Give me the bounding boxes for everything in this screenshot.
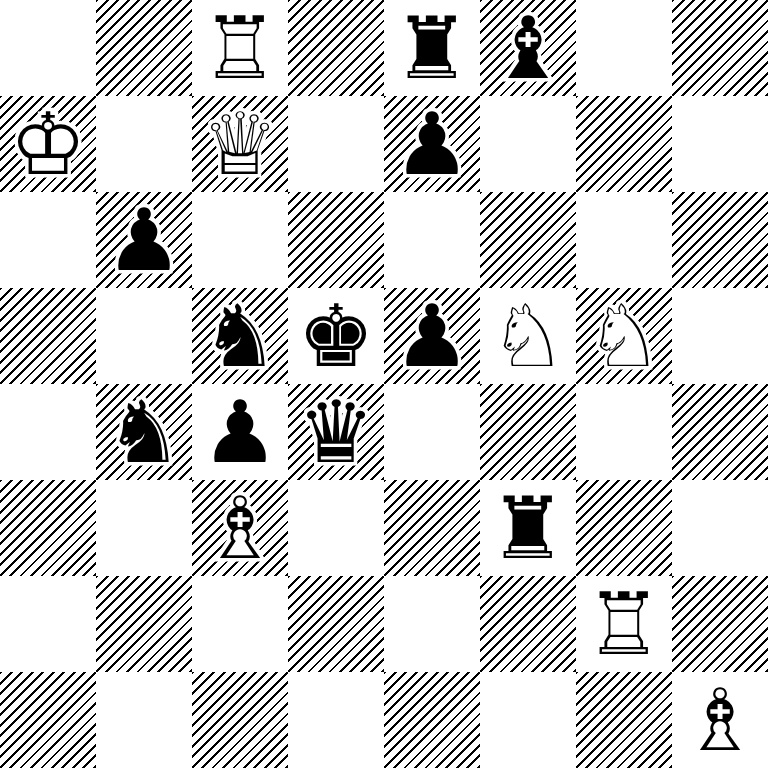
square-e7[interactable]: ♟♟ [384,96,480,192]
white-bishop-piece: ♝♝♗ [672,672,768,768]
square-d7[interactable] [288,96,384,192]
square-e3[interactable] [384,480,480,576]
square-f6[interactable] [480,192,576,288]
white-rook-piece: ♜♜♖ [576,576,672,672]
piece-glyph: ♕ [192,96,288,192]
square-a8[interactable] [0,0,96,96]
piece-glyph: ♖ [192,0,288,96]
square-d2[interactable] [288,576,384,672]
square-b3[interactable] [96,480,192,576]
square-g5[interactable]: ♞♞♘ [576,288,672,384]
square-h4[interactable] [672,384,768,480]
piece-glyph: ♔ [0,96,96,192]
square-c5[interactable]: ♞♞ [192,288,288,384]
piece-glyph: ♘ [480,288,576,384]
square-e2[interactable] [384,576,480,672]
square-c3[interactable]: ♝♝♗ [192,480,288,576]
piece-glyph: ♛ [288,384,384,480]
square-f3[interactable]: ♜♜ [480,480,576,576]
square-a4[interactable] [0,384,96,480]
square-a7[interactable]: ♚♚♔ [0,96,96,192]
square-f5[interactable]: ♞♞♘ [480,288,576,384]
piece-glyph: ♟ [192,384,288,480]
piece-glyph: ♞ [192,288,288,384]
square-a5[interactable] [0,288,96,384]
square-g2[interactable]: ♜♜♖ [576,576,672,672]
piece-glyph: ♘ [576,288,672,384]
square-e8[interactable]: ♜♜ [384,0,480,96]
square-h7[interactable] [672,96,768,192]
square-f7[interactable] [480,96,576,192]
white-knight-piece: ♞♞♘ [576,288,672,384]
black-rook-piece: ♜♜ [384,0,480,96]
square-g6[interactable] [576,192,672,288]
white-knight-piece: ♞♞♘ [480,288,576,384]
black-pawn-piece: ♟♟ [192,384,288,480]
square-h1[interactable]: ♝♝♗ [672,672,768,768]
piece-glyph: ♚ [288,288,384,384]
square-d6[interactable] [288,192,384,288]
chess-board: ♜♜♖♜♜♝♝♚♚♔♛♛♕♟♟♟♟♞♞♚♚♟♟♞♞♘♞♞♘♞♞♟♟♛♛♝♝♗♜♜… [0,0,768,768]
square-b2[interactable] [96,576,192,672]
piece-glyph: ♟ [384,288,480,384]
square-b1[interactable] [96,672,192,768]
square-h3[interactable] [672,480,768,576]
white-queen-piece: ♛♛♕ [192,96,288,192]
square-b7[interactable] [96,96,192,192]
square-e1[interactable] [384,672,480,768]
square-d1[interactable] [288,672,384,768]
square-e5[interactable]: ♟♟ [384,288,480,384]
square-f2[interactable] [480,576,576,672]
square-e4[interactable] [384,384,480,480]
square-h5[interactable] [672,288,768,384]
square-g3[interactable] [576,480,672,576]
square-f1[interactable] [480,672,576,768]
square-c4[interactable]: ♟♟ [192,384,288,480]
square-c6[interactable] [192,192,288,288]
square-f8[interactable]: ♝♝ [480,0,576,96]
square-g4[interactable] [576,384,672,480]
black-queen-piece: ♛♛ [288,384,384,480]
piece-glyph: ♟ [96,192,192,288]
white-rook-piece: ♜♜♖ [192,0,288,96]
black-pawn-piece: ♟♟ [96,192,192,288]
black-pawn-piece: ♟♟ [384,288,480,384]
piece-glyph: ♟ [384,96,480,192]
square-a1[interactable] [0,672,96,768]
piece-glyph: ♝ [480,0,576,96]
square-c8[interactable]: ♜♜♖ [192,0,288,96]
piece-glyph: ♜ [384,0,480,96]
square-c2[interactable] [192,576,288,672]
square-h6[interactable] [672,192,768,288]
square-h8[interactable] [672,0,768,96]
piece-glyph: ♖ [576,576,672,672]
piece-glyph: ♜ [480,480,576,576]
square-g1[interactable] [576,672,672,768]
square-f4[interactable] [480,384,576,480]
square-c1[interactable] [192,672,288,768]
white-king-piece: ♚♚♔ [0,96,96,192]
piece-glyph: ♗ [192,480,288,576]
black-rook-piece: ♜♜ [480,480,576,576]
square-d4[interactable]: ♛♛ [288,384,384,480]
square-a6[interactable] [0,192,96,288]
square-b6[interactable]: ♟♟ [96,192,192,288]
square-c7[interactable]: ♛♛♕ [192,96,288,192]
square-g7[interactable] [576,96,672,192]
black-knight-piece: ♞♞ [96,384,192,480]
square-d3[interactable] [288,480,384,576]
square-g8[interactable] [576,0,672,96]
square-b8[interactable] [96,0,192,96]
black-pawn-piece: ♟♟ [384,96,480,192]
white-bishop-piece: ♝♝♗ [192,480,288,576]
square-b4[interactable]: ♞♞ [96,384,192,480]
black-king-piece: ♚♚ [288,288,384,384]
black-knight-piece: ♞♞ [192,288,288,384]
square-b5[interactable] [96,288,192,384]
square-a3[interactable] [0,480,96,576]
black-bishop-piece: ♝♝ [480,0,576,96]
square-d5[interactable]: ♚♚ [288,288,384,384]
square-e6[interactable] [384,192,480,288]
square-a2[interactable] [0,576,96,672]
square-h2[interactable] [672,576,768,672]
piece-glyph: ♗ [672,672,768,768]
square-d8[interactable] [288,0,384,96]
piece-glyph: ♞ [96,384,192,480]
